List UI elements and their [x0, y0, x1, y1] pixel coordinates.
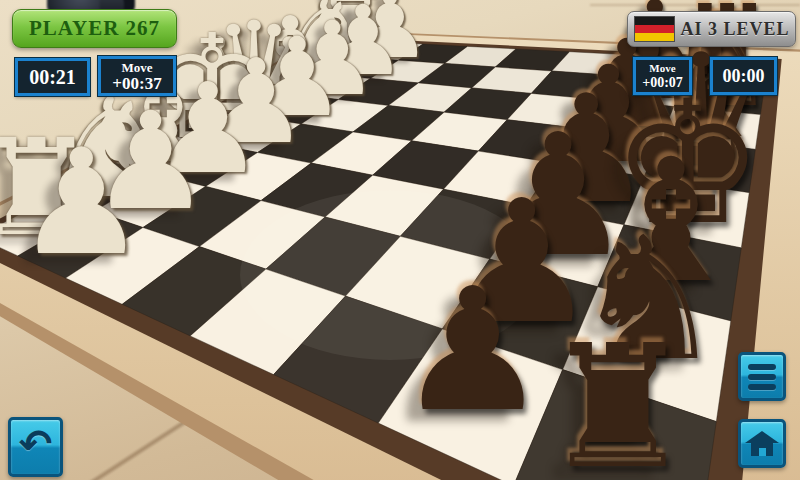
black-clock: 00:00 — [710, 57, 777, 95]
ai-level-panel: AI 3 LEVEL — [627, 11, 796, 47]
black-move-timer: Move +00:07 — [633, 57, 692, 95]
game-scene: ♜♟♞♟♟♜♝♟♟♞♛♟♟♚♝♟♟♝♛♟♞♟♟♚♜♟♟♝♟♞♟♜ PLAYER … — [0, 0, 800, 480]
board-glare — [240, 190, 540, 360]
german-flag-icon — [634, 16, 675, 42]
white-move-timer: Move +00:37 — [98, 56, 176, 96]
undo-button[interactable]: ↶ — [8, 417, 63, 477]
home-button[interactable] — [738, 419, 786, 468]
menu-icon — [748, 364, 776, 370]
player-name-button[interactable]: PLAYER 267 — [12, 9, 177, 48]
undo-arrow-icon: ↶ — [19, 424, 53, 464]
white-clock: 00:21 — [15, 58, 90, 96]
black-move-time: +00:07 — [636, 75, 689, 90]
home-icon — [747, 431, 777, 456]
white-move-time: +00:37 — [101, 75, 173, 92]
menu-button[interactable] — [738, 352, 786, 401]
ai-level-label: AI 3 LEVEL — [675, 19, 795, 40]
black-move-label: Move — [636, 62, 689, 75]
white-move-label: Move — [101, 61, 173, 75]
